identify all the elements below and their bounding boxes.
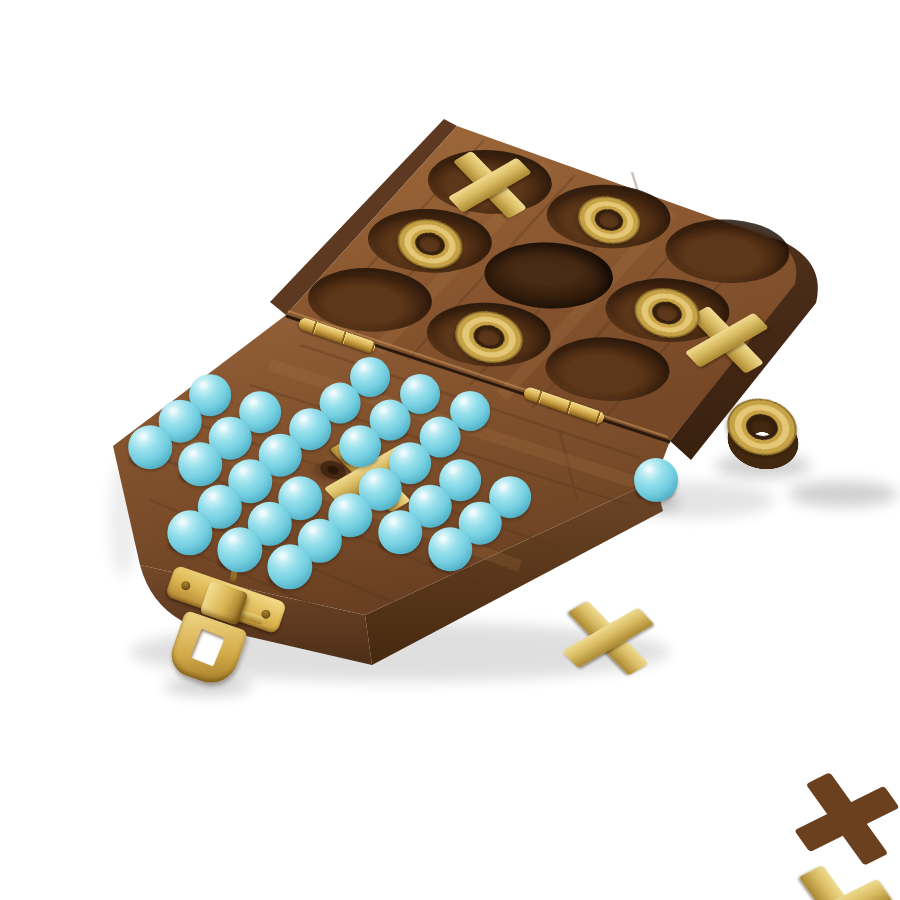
ttt-piece-x-r3c3[interactable] bbox=[556, 595, 659, 681]
ttt-piece-x-r1c1[interactable] bbox=[443, 146, 537, 224]
marble-r5c6[interactable] bbox=[378, 510, 422, 554]
screw-icon bbox=[180, 580, 191, 591]
loose-marble[interactable] bbox=[634, 458, 678, 502]
marble-r5c2[interactable] bbox=[178, 442, 222, 486]
hasp-hole bbox=[190, 628, 225, 666]
marble-r3c4[interactable] bbox=[339, 425, 381, 467]
marble-r5c7[interactable] bbox=[428, 527, 472, 571]
marble-r5c1[interactable] bbox=[128, 425, 172, 469]
photo-stage bbox=[0, 0, 900, 900]
